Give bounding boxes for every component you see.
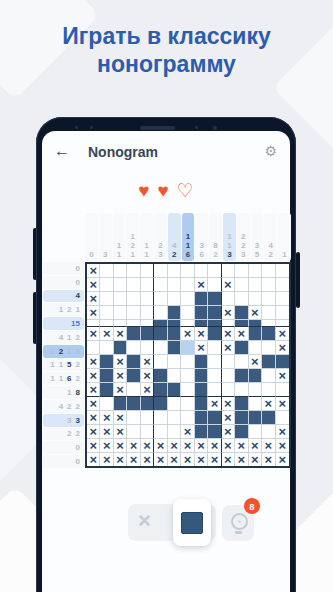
board-cell-r2c4[interactable]	[127, 278, 140, 292]
board-cell-r4c2[interactable]	[100, 306, 113, 320]
board-cell-r15c14[interactable]: ×	[262, 453, 275, 466]
board-cell-r11c11[interactable]: ×	[222, 397, 235, 411]
col-clue-7: 42	[168, 213, 181, 261]
board-cell-r5c13[interactable]	[249, 320, 262, 327]
board-cell-r13c3[interactable]: ×	[114, 425, 127, 439]
board-cell-r7c14[interactable]	[262, 341, 275, 355]
board-cell-r2c3[interactable]	[114, 278, 127, 292]
col-clue-15: 1	[278, 213, 291, 261]
board-cell-r9c14[interactable]	[262, 369, 275, 383]
clue-number: 1	[227, 232, 231, 241]
board-cell-r7c5[interactable]	[141, 341, 154, 355]
board-cell-r7c6[interactable]	[154, 341, 167, 355]
board-cell-r15c4[interactable]: ×	[127, 453, 140, 466]
board-cell-r7c10[interactable]	[208, 341, 221, 355]
board-cell-r1c6[interactable]	[154, 264, 167, 278]
sensor-dot	[195, 126, 198, 129]
board-cell-r13c8[interactable]: ×	[181, 425, 194, 439]
board-cell-r12c2[interactable]: ×	[100, 411, 113, 425]
row-clue-15: 0	[43, 455, 84, 468]
board-cell-r3c3[interactable]	[114, 292, 127, 306]
row-clue-7: 1213	[43, 345, 84, 358]
board-cell-r6c4[interactable]	[127, 327, 140, 341]
board-cell-r9c15[interactable]: ×	[276, 369, 289, 383]
board-cell-r7c7[interactable]	[168, 341, 181, 355]
clue-number: 1	[117, 250, 121, 259]
board-cell-r9c4[interactable]	[127, 369, 140, 383]
board-cell-r13c13[interactable]	[249, 425, 262, 439]
board-cell-r9c13[interactable]	[249, 369, 262, 383]
board-cell-r13c15[interactable]: ×	[276, 425, 289, 439]
board-cell-r1c7[interactable]	[168, 264, 181, 278]
nonogram-board[interactable]: ××××××××××××××××××××××××××××××××××××××××…	[85, 262, 291, 468]
board-cell-r1c2[interactable]	[100, 264, 113, 278]
board-cell-r1c12[interactable]	[235, 264, 248, 278]
clue-number: 4	[269, 241, 273, 250]
board-cell-r15c3[interactable]: ×	[114, 453, 127, 466]
col-clue-3: 11	[113, 213, 126, 261]
clue-number: 3	[227, 250, 231, 259]
board-cell-r6c10[interactable]	[208, 327, 221, 341]
col-clue-10: 82	[209, 213, 222, 261]
clue-number: 2	[76, 402, 80, 411]
board-cell-r6c15[interactable]: ×	[276, 327, 289, 341]
page-title: Играть в классику нонограмму	[36, 22, 297, 78]
board-cell-r14c3[interactable]: ×	[114, 439, 127, 453]
board-cell-r9c2[interactable]	[100, 369, 113, 383]
board-cell-r11c14[interactable]: ×	[262, 397, 275, 411]
clue-number: 0	[76, 264, 80, 273]
board-cell-r14c8[interactable]: ×	[181, 439, 194, 453]
clue-number: 5	[255, 250, 259, 259]
board-cell-r4c14[interactable]	[262, 306, 275, 320]
board-cell-r7c2[interactable]	[100, 341, 113, 355]
board-cell-r8c5[interactable]: ×	[141, 355, 154, 369]
board-cell-r2c7[interactable]	[168, 278, 181, 292]
board-cell-r15c13[interactable]: ×	[249, 453, 262, 466]
row-clue-9: 1162	[43, 372, 84, 385]
row-clue-13: 22	[43, 428, 84, 441]
board-cell-r11c13[interactable]	[249, 397, 262, 411]
clue-number: 1	[50, 360, 54, 369]
board-cell-r13c14[interactable]	[262, 425, 275, 439]
board-cell-r10c1[interactable]: ×	[87, 383, 100, 397]
board-cell-r15c6[interactable]: ×	[154, 453, 167, 466]
cross-tool-button[interactable]: ×	[138, 508, 151, 534]
board-cell-r3c7[interactable]	[168, 292, 181, 306]
board-cell-r7c9[interactable]: ×	[195, 341, 208, 355]
board-cell-r2c14[interactable]	[262, 278, 275, 292]
board-cell-r3c6[interactable]	[154, 292, 167, 306]
board-cell-r14c12[interactable]: ×	[235, 439, 248, 453]
board-cell-r8c10[interactable]	[208, 355, 221, 369]
board-cell-r7c12[interactable]	[235, 341, 248, 355]
phone-power-button	[296, 252, 300, 308]
board-cell-r2c2[interactable]	[100, 278, 113, 292]
lightbulb-base	[235, 531, 242, 534]
board-cell-r1c1[interactable]: ×	[87, 264, 100, 278]
board-cell-r12c9[interactable]	[195, 411, 208, 425]
board-cell-r10c4[interactable]	[127, 383, 140, 397]
board-cell-r13c5[interactable]	[141, 425, 154, 439]
board-cell-r12c15[interactable]	[276, 411, 289, 425]
board-cell-r10c9[interactable]	[195, 383, 208, 397]
fill-tool-button-selected[interactable]	[173, 499, 211, 546]
board-cell-r13c12[interactable]	[235, 425, 248, 439]
board-cell-r14c9[interactable]: ×	[195, 439, 208, 453]
board-cell-r1c11[interactable]	[222, 264, 235, 278]
board-cell-r5c10[interactable]	[208, 320, 221, 327]
board-cell-r3c14[interactable]	[262, 292, 275, 306]
board-cell-r6c2[interactable]: ×	[100, 327, 113, 341]
board-cell-r12c7[interactable]	[168, 411, 181, 425]
board-cell-r10c14[interactable]	[262, 383, 275, 397]
col-clue-5: 11	[140, 213, 153, 261]
board-cell-r12c13[interactable]	[249, 411, 262, 425]
board-cell-r3c13[interactable]	[249, 292, 262, 306]
board-cell-r14c4[interactable]: ×	[127, 439, 140, 453]
board-cell-r3c2[interactable]	[100, 292, 113, 306]
board-cell-r6c14[interactable]	[262, 327, 275, 341]
board-cell-r14c2[interactable]: ×	[100, 439, 113, 453]
clue-number: 4	[172, 241, 176, 250]
board-cell-r7c15[interactable]: ×	[276, 341, 289, 355]
board-cell-r15c9[interactable]: ×	[195, 453, 208, 466]
app-screen: ← Nonogram ⚙ ♥ ♥ ♡ 031112111234211636821…	[42, 131, 290, 592]
board-cell-r13c6[interactable]	[154, 425, 167, 439]
clue-number: 3	[76, 416, 80, 425]
board-cell-r10c2[interactable]	[100, 383, 113, 397]
board-cell-r9c7[interactable]	[168, 369, 181, 383]
board-cell-r11c6[interactable]	[154, 397, 167, 411]
board-cell-r4c13[interactable]: ×	[249, 306, 262, 320]
board-cell-r14c5[interactable]: ×	[141, 439, 154, 453]
board-cell-r3c8[interactable]	[181, 292, 194, 306]
board-cell-r6c9[interactable]: ×	[195, 327, 208, 341]
board-cell-r4c5[interactable]	[141, 306, 154, 320]
board-cell-r2c15[interactable]	[276, 278, 289, 292]
board-cell-r3c11[interactable]	[222, 292, 235, 306]
board-cell-r7c1[interactable]	[87, 341, 100, 355]
clue-number: 8	[213, 241, 217, 250]
board-cell-r4c6[interactable]	[154, 306, 167, 320]
board-cell-r12c8[interactable]	[181, 411, 194, 425]
board-cell-r3c15[interactable]	[276, 292, 289, 306]
board-cell-r8c7[interactable]	[168, 355, 181, 369]
board-cell-r11c3[interactable]	[114, 397, 127, 411]
board-cell-r4c1[interactable]: ×	[87, 306, 100, 320]
board-cell-r15c5[interactable]: ×	[141, 453, 154, 466]
board-cell-r12c5[interactable]	[141, 411, 154, 425]
clue-number: 2	[213, 250, 217, 259]
heart-empty-icon: ♡	[177, 181, 194, 200]
clue-number: 2	[269, 250, 273, 259]
clue-number: 1	[186, 241, 190, 250]
board-cell-r5c7[interactable]	[168, 320, 181, 327]
clue-number: 2	[76, 360, 80, 369]
clue-number: 3	[76, 347, 80, 356]
board-cell-r9c10[interactable]	[208, 369, 221, 383]
board-cell-r12c12[interactable]	[235, 411, 248, 425]
app-bar-title: Nonogram	[88, 144, 158, 160]
phone-speaker	[140, 126, 175, 130]
board-cell-r2c1[interactable]: ×	[87, 278, 100, 292]
clue-number: 1	[59, 305, 63, 314]
board-cell-r14c1[interactable]: ×	[87, 439, 100, 453]
board-cell-r7c4[interactable]	[127, 341, 140, 355]
board-cell-r6c7[interactable]	[168, 327, 181, 341]
board-cell-r14c14[interactable]: ×	[262, 439, 275, 453]
heart-filled-icon: ♥	[157, 181, 168, 200]
board-cell-r1c14[interactable]	[262, 264, 275, 278]
board-cell-r14c13[interactable]: ×	[249, 439, 262, 453]
clue-number: 0	[76, 278, 80, 287]
clue-number: 2	[76, 333, 80, 342]
board-cell-r8c12[interactable]	[235, 355, 248, 369]
board-cell-r1c5[interactable]	[141, 264, 154, 278]
clue-number: 5	[67, 360, 71, 369]
col-clue-13: 35	[251, 213, 264, 261]
board-cell-r14c15[interactable]: ×	[276, 439, 289, 453]
clue-number: 1	[227, 241, 231, 250]
board-cell-r10c11[interactable]	[222, 383, 235, 397]
board-cell-r2c8[interactable]	[181, 278, 194, 292]
board-cell-r11c15[interactable]: ×	[276, 397, 289, 411]
board-cell-r12c11[interactable]: ×	[222, 411, 235, 425]
board-cell-r12c6[interactable]	[154, 411, 167, 425]
row-clue-8: 1152	[43, 359, 84, 372]
board-cell-r10c5[interactable]: ×	[141, 383, 154, 397]
col-clue-9: 36	[195, 213, 208, 261]
column-clues: 0311121112342116368211322335421	[85, 213, 291, 261]
board-cell-r11c7[interactable]	[168, 397, 181, 411]
board-cell-r2c13[interactable]	[249, 278, 262, 292]
col-clue-11: 113	[223, 213, 236, 261]
clue-number: 1	[144, 241, 148, 250]
board-cell-r7c13[interactable]	[249, 341, 262, 355]
clue-number: 2	[67, 402, 71, 411]
board-cell-r5c14[interactable]	[262, 320, 275, 327]
board-cell-r8c6[interactable]	[154, 355, 167, 369]
board-cell-r7c11[interactable]: ×	[222, 341, 235, 355]
board-cell-r11c12[interactable]	[235, 397, 248, 411]
settings-gear-icon[interactable]: ⚙	[264, 143, 277, 159]
clue-number: 2	[241, 241, 245, 250]
board-cell-r3c10[interactable]	[208, 292, 221, 306]
board-cell-r9c9[interactable]	[195, 369, 208, 383]
board-cell-r3c4[interactable]	[127, 292, 140, 306]
board-cell-r13c2[interactable]: ×	[100, 425, 113, 439]
board-cell-r14c7[interactable]: ×	[168, 439, 181, 453]
clue-number: 1	[117, 241, 121, 250]
board-cell-r13c7[interactable]	[168, 425, 181, 439]
board-cell-r6c3[interactable]: ×	[114, 327, 127, 341]
row-clue-4: 121	[43, 303, 84, 316]
back-arrow-icon[interactable]: ←	[54, 142, 70, 160]
board-cell-r8c2[interactable]	[100, 355, 113, 369]
board-cell-r14c10[interactable]: ×	[208, 439, 221, 453]
board-cell-r13c11[interactable]: ×	[222, 425, 235, 439]
board-cell-r1c15[interactable]	[276, 264, 289, 278]
board-cell-r6c6[interactable]	[154, 327, 167, 341]
board-cell-r9c5[interactable]: ×	[141, 369, 154, 383]
hint-button[interactable]: ⚡ 8	[222, 505, 254, 541]
board-cell-r10c12[interactable]	[235, 383, 248, 397]
board-cell-r8c8[interactable]	[181, 355, 194, 369]
board-cell-r2c12[interactable]	[235, 278, 248, 292]
board-cell-r11c5[interactable]	[141, 397, 154, 411]
board-cell-r2c11[interactable]: ×	[222, 278, 235, 292]
board-cell-r13c1[interactable]: ×	[87, 425, 100, 439]
board-cell-r1c3[interactable]	[114, 264, 127, 278]
board-cell-r12c14[interactable]	[262, 411, 275, 425]
clue-number: 4	[59, 402, 63, 411]
board-cell-r12c10[interactable]	[208, 411, 221, 425]
board-cell-r7c8[interactable]	[181, 341, 194, 355]
board-cell-r12c1[interactable]: ×	[87, 411, 100, 425]
board-cell-r2c10[interactable]	[208, 278, 221, 292]
clue-number: 1	[59, 374, 63, 383]
board-cell-r1c10[interactable]	[208, 264, 221, 278]
board-cell-r4c11[interactable]: ×	[222, 306, 235, 320]
board-cell-r8c15[interactable]	[276, 355, 289, 369]
board-cell-r15c8[interactable]: ×	[181, 453, 194, 466]
col-clue-8: 116	[182, 213, 195, 261]
board-cell-r1c4[interactable]	[127, 264, 140, 278]
board-cell-r6c11[interactable]: ×	[222, 327, 235, 341]
board-cell-r8c14[interactable]	[262, 355, 275, 369]
board-cell-r7c3[interactable]	[114, 341, 127, 355]
board-cell-r11c9[interactable]	[195, 397, 208, 411]
board-cell-r1c9[interactable]	[195, 264, 208, 278]
board-cell-r10c6[interactable]	[154, 383, 167, 397]
board-cell-r13c10[interactable]	[208, 425, 221, 439]
board-cell-r6c5[interactable]	[141, 327, 154, 341]
row-clue-1: 0	[43, 262, 84, 275]
board-cell-r10c3[interactable]: ×	[114, 383, 127, 397]
board-cell-r10c7[interactable]	[168, 383, 181, 397]
board-cell-r8c4[interactable]	[127, 355, 140, 369]
board-cell-r9c11[interactable]	[222, 369, 235, 383]
sensor-dot	[90, 126, 93, 129]
board-cell-r10c15[interactable]	[276, 383, 289, 397]
board-cell-r9c12[interactable]	[235, 369, 248, 383]
board-cell-r8c13[interactable]: ×	[249, 355, 262, 369]
board-cell-r6c1[interactable]: ×	[87, 327, 100, 341]
board-cell-r13c9[interactable]	[195, 425, 208, 439]
col-clue-6: 23	[154, 213, 167, 261]
board-cell-r9c6[interactable]	[154, 369, 167, 383]
board-cell-r14c6[interactable]: ×	[154, 439, 167, 453]
board-cell-r11c4[interactable]	[127, 397, 140, 411]
clue-number: 2	[131, 241, 135, 250]
board-cell-r15c10[interactable]: ×	[208, 453, 221, 466]
board-cell-r4c7[interactable]	[168, 306, 181, 320]
clue-number: 1	[50, 374, 54, 383]
board-cell-r4c10[interactable]	[208, 306, 221, 320]
clue-number: 6	[67, 374, 71, 383]
clue-number: 2	[59, 347, 63, 356]
board-cell-r6c8[interactable]: ×	[181, 327, 194, 341]
board-cell-r13c4[interactable]	[127, 425, 140, 439]
board-cell-r3c9[interactable]	[195, 292, 208, 306]
clue-number: 1	[144, 250, 148, 259]
camera-dot	[213, 126, 217, 130]
board-cell-r12c4[interactable]	[127, 411, 140, 425]
board-cell-r2c5[interactable]	[141, 278, 154, 292]
board-cell-r10c8[interactable]	[181, 383, 194, 397]
board-cell-r5c4[interactable]	[127, 320, 140, 327]
board-cell-r15c2[interactable]: ×	[100, 453, 113, 466]
board-cell-r3c12[interactable]	[235, 292, 248, 306]
col-clue-4: 121	[126, 213, 139, 261]
board-cell-r8c1[interactable]: ×	[87, 355, 100, 369]
board-cell-r4c3[interactable]	[114, 306, 127, 320]
board-cell-r15c12[interactable]: ×	[235, 453, 248, 466]
hint-count-badge: 8	[244, 498, 260, 514]
board-cell-r4c8[interactable]	[181, 306, 194, 320]
board-cell-r4c12[interactable]	[235, 306, 248, 320]
heart-filled-icon: ♥	[138, 181, 149, 200]
board-cell-r11c1[interactable]: ×	[87, 397, 100, 411]
clue-number: 3	[67, 416, 71, 425]
board-cell-r10c13[interactable]	[249, 383, 262, 397]
clue-number: 1	[186, 232, 190, 241]
board-cell-r4c9[interactable]	[195, 306, 208, 320]
col-clue-1: 0	[85, 213, 98, 261]
board-cell-r3c1[interactable]: ×	[87, 292, 100, 306]
clue-number: 15	[71, 319, 80, 328]
board-cell-r8c9[interactable]	[195, 355, 208, 369]
clue-number: 1	[282, 250, 286, 259]
board-cell-r11c10[interactable]: ×	[208, 397, 221, 411]
clue-number: 1	[67, 347, 71, 356]
board-cell-r5c5[interactable]	[141, 320, 154, 327]
board-cell-r15c11[interactable]: ×	[222, 453, 235, 466]
lives-hearts: ♥ ♥ ♡	[42, 181, 290, 200]
board-cell-r15c15[interactable]: ×	[276, 453, 289, 466]
board-cell-r4c15[interactable]	[276, 306, 289, 320]
clue-number: 6	[200, 250, 204, 259]
board-cell-r1c13[interactable]	[249, 264, 262, 278]
board-cell-r9c1[interactable]: ×	[87, 369, 100, 383]
board-cell-r8c11[interactable]	[222, 355, 235, 369]
board-cell-r10c10[interactable]	[208, 383, 221, 397]
board-cell-r2c6[interactable]	[154, 278, 167, 292]
col-clue-2: 3	[99, 213, 112, 261]
board-cell-r12c3[interactable]: ×	[114, 411, 127, 425]
row-clue-10: 18	[43, 386, 84, 399]
board-cell-r14c11[interactable]: ×	[222, 439, 235, 453]
row-clue-3: 4	[43, 290, 84, 303]
board-cell-r6c12[interactable]: ×	[235, 327, 248, 341]
board-cell-r15c1[interactable]: ×	[87, 453, 100, 466]
board-cell-r8c3[interactable]: ×	[114, 355, 127, 369]
board-cell-r2c9[interactable]: ×	[195, 278, 208, 292]
board-cell-r9c8[interactable]	[181, 369, 194, 383]
board-cell-r15c7[interactable]: ×	[168, 453, 181, 466]
board-cell-r6c13[interactable]	[249, 327, 262, 341]
board-cell-r11c8[interactable]	[181, 397, 194, 411]
board-cell-r3c5[interactable]	[141, 292, 154, 306]
board-cell-r4c4[interactable]	[127, 306, 140, 320]
board-cell-r9c3[interactable]: ×	[114, 369, 127, 383]
clue-number: 0	[76, 457, 80, 466]
board-cell-r1c8[interactable]	[181, 264, 194, 278]
board-cell-r11c2[interactable]	[100, 397, 113, 411]
clue-number: 1	[67, 333, 71, 342]
board-cell-r5c6[interactable]	[154, 320, 167, 327]
